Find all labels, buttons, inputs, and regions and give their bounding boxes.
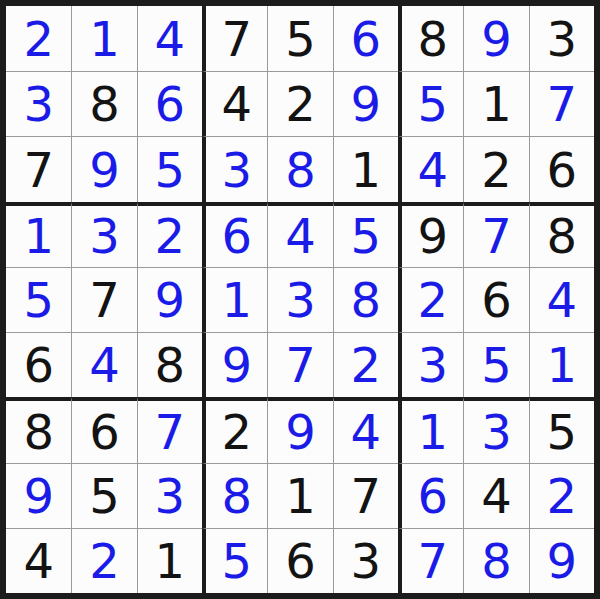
filled-digit: 3 xyxy=(481,408,512,456)
given-digit: 5 xyxy=(89,472,120,520)
cell-r6c9[interactable]: 1 xyxy=(529,332,594,397)
filled-digit: 2 xyxy=(351,341,382,389)
filled-digit: 5 xyxy=(23,276,54,324)
given-digit: 1 xyxy=(481,80,512,128)
filled-digit: 4 xyxy=(351,408,382,456)
cell-r1c7[interactable]: 8 xyxy=(398,6,463,71)
cell-r2c1[interactable]: 3 xyxy=(6,71,71,136)
cell-r2c8[interactable]: 1 xyxy=(463,71,528,136)
given-digit: 2 xyxy=(481,146,512,194)
cell-r4c9[interactable]: 8 xyxy=(529,202,594,267)
filled-digit: 1 xyxy=(417,408,448,456)
filled-digit: 7 xyxy=(155,408,186,456)
cell-r7c5[interactable]: 9 xyxy=(267,397,332,462)
filled-digit: 5 xyxy=(351,212,382,260)
cell-r9c5[interactable]: 6 xyxy=(267,528,332,593)
cell-r2c4[interactable]: 4 xyxy=(202,71,267,136)
cell-r3c2[interactable]: 9 xyxy=(71,136,136,201)
filled-digit: 8 xyxy=(221,472,252,520)
cell-r6c6[interactable]: 2 xyxy=(333,332,398,397)
filled-digit: 9 xyxy=(155,276,186,324)
filled-digit: 8 xyxy=(351,276,382,324)
cell-r5c6[interactable]: 8 xyxy=(333,267,398,332)
cell-r1c8[interactable]: 9 xyxy=(463,6,528,71)
given-digit: 6 xyxy=(23,341,54,389)
cell-r6c5[interactable]: 7 xyxy=(267,332,332,397)
cell-r2c9[interactable]: 7 xyxy=(529,71,594,136)
cell-r8c4[interactable]: 8 xyxy=(202,463,267,528)
filled-digit: 4 xyxy=(155,15,186,63)
filled-digit: 2 xyxy=(417,276,448,324)
filled-digit: 9 xyxy=(481,15,512,63)
cell-r4c4[interactable]: 6 xyxy=(202,202,267,267)
cell-r2c7[interactable]: 5 xyxy=(398,71,463,136)
given-digit: 7 xyxy=(89,276,120,324)
given-digit: 8 xyxy=(547,212,578,260)
given-digit: 3 xyxy=(351,537,382,585)
cell-r7c8[interactable]: 3 xyxy=(463,397,528,462)
filled-digit: 3 xyxy=(155,472,186,520)
filled-digit: 2 xyxy=(23,15,54,63)
cell-r9c9[interactable]: 9 xyxy=(529,528,594,593)
filled-digit: 3 xyxy=(89,212,120,260)
given-digit: 6 xyxy=(481,276,512,324)
given-digit: 8 xyxy=(89,80,120,128)
cell-r3c7[interactable]: 4 xyxy=(398,136,463,201)
cell-r9c6[interactable]: 3 xyxy=(333,528,398,593)
cell-r7c3[interactable]: 7 xyxy=(137,397,202,462)
given-digit: 7 xyxy=(23,146,54,194)
filled-digit: 4 xyxy=(417,146,448,194)
given-digit: 7 xyxy=(351,472,382,520)
cell-r9c4[interactable]: 5 xyxy=(202,528,267,593)
cell-r7c7[interactable]: 1 xyxy=(398,397,463,462)
filled-digit: 6 xyxy=(417,472,448,520)
cell-r6c4[interactable]: 9 xyxy=(202,332,267,397)
cell-r7c9[interactable]: 5 xyxy=(529,397,594,462)
filled-digit: 7 xyxy=(547,80,578,128)
filled-digit: 1 xyxy=(23,212,54,260)
filled-digit: 2 xyxy=(155,212,186,260)
cell-r4c8[interactable]: 7 xyxy=(463,202,528,267)
cell-r4c5[interactable]: 4 xyxy=(267,202,332,267)
cell-r3c3[interactable]: 5 xyxy=(137,136,202,201)
cell-r8c2[interactable]: 5 xyxy=(71,463,136,528)
given-digit: 5 xyxy=(547,408,578,456)
cell-r1c1[interactable]: 2 xyxy=(6,6,71,71)
cell-r8c1[interactable]: 9 xyxy=(6,463,71,528)
given-digit: 4 xyxy=(481,472,512,520)
cell-r5c4[interactable]: 1 xyxy=(202,267,267,332)
filled-digit: 3 xyxy=(23,80,54,128)
cell-r1c5[interactable]: 5 xyxy=(267,6,332,71)
given-digit: 8 xyxy=(155,341,186,389)
given-digit: 2 xyxy=(221,408,252,456)
cell-r8c5[interactable]: 1 xyxy=(267,463,332,528)
cell-r1c2[interactable]: 1 xyxy=(71,6,136,71)
filled-digit: 5 xyxy=(417,80,448,128)
cell-r3c1[interactable]: 7 xyxy=(6,136,71,201)
filled-digit: 4 xyxy=(285,212,316,260)
filled-digit: 2 xyxy=(547,472,578,520)
given-digit: 4 xyxy=(23,537,54,585)
cell-r3c6[interactable]: 1 xyxy=(333,136,398,201)
cell-r9c3[interactable]: 1 xyxy=(137,528,202,593)
filled-digit: 9 xyxy=(89,146,120,194)
filled-digit: 1 xyxy=(221,276,252,324)
given-digit: 1 xyxy=(285,472,316,520)
cell-r1c3[interactable]: 4 xyxy=(137,6,202,71)
filled-digit: 2 xyxy=(89,537,120,585)
cell-r8c7[interactable]: 6 xyxy=(398,463,463,528)
filled-digit: 9 xyxy=(221,341,252,389)
cell-r9c8[interactable]: 8 xyxy=(463,528,528,593)
cell-r4c3[interactable]: 2 xyxy=(137,202,202,267)
filled-digit: 6 xyxy=(221,212,252,260)
cell-r8c3[interactable]: 3 xyxy=(137,463,202,528)
filled-digit: 1 xyxy=(89,15,120,63)
filled-digit: 9 xyxy=(351,80,382,128)
cell-r3c4[interactable]: 3 xyxy=(202,136,267,201)
cell-r2c5[interactable]: 2 xyxy=(267,71,332,136)
filled-digit: 9 xyxy=(23,472,54,520)
cell-r6c2[interactable]: 4 xyxy=(71,332,136,397)
cell-r4c1[interactable]: 1 xyxy=(6,202,71,267)
cell-r8c6[interactable]: 7 xyxy=(333,463,398,528)
cell-r6c7[interactable]: 3 xyxy=(398,332,463,397)
filled-digit: 4 xyxy=(547,276,578,324)
cell-r2c2[interactable]: 8 xyxy=(71,71,136,136)
given-digit: 4 xyxy=(221,80,252,128)
filled-digit: 6 xyxy=(155,80,186,128)
given-digit: 7 xyxy=(221,15,252,63)
cell-r4c2[interactable]: 3 xyxy=(71,202,136,267)
filled-digit: 8 xyxy=(285,146,316,194)
cell-r4c6[interactable]: 5 xyxy=(333,202,398,267)
cell-r9c2[interactable]: 2 xyxy=(71,528,136,593)
filled-digit: 5 xyxy=(221,537,252,585)
cell-r6c1[interactable]: 6 xyxy=(6,332,71,397)
cell-r7c2[interactable]: 6 xyxy=(71,397,136,462)
filled-digit: 9 xyxy=(547,537,578,585)
given-digit: 6 xyxy=(89,408,120,456)
filled-digit: 6 xyxy=(351,15,382,63)
cell-r3c9[interactable]: 6 xyxy=(529,136,594,201)
cell-r8c8[interactable]: 4 xyxy=(463,463,528,528)
cell-r8c9[interactable]: 2 xyxy=(529,463,594,528)
cell-r2c3[interactable]: 6 xyxy=(137,71,202,136)
cell-r5c9[interactable]: 4 xyxy=(529,267,594,332)
filled-digit: 5 xyxy=(155,146,186,194)
cell-r5c3[interactable]: 9 xyxy=(137,267,202,332)
cell-r2c6[interactable]: 9 xyxy=(333,71,398,136)
given-digit: 6 xyxy=(285,537,316,585)
filled-digit: 7 xyxy=(481,212,512,260)
filled-digit: 3 xyxy=(417,341,448,389)
cell-r3c5[interactable]: 8 xyxy=(267,136,332,201)
filled-digit: 7 xyxy=(417,537,448,585)
cell-r5c8[interactable]: 6 xyxy=(463,267,528,332)
filled-digit: 5 xyxy=(481,341,512,389)
cell-r7c6[interactable]: 4 xyxy=(333,397,398,462)
cell-r4c7[interactable]: 9 xyxy=(398,202,463,267)
given-digit: 2 xyxy=(285,80,316,128)
filled-digit: 8 xyxy=(481,537,512,585)
cell-r9c1[interactable]: 4 xyxy=(6,528,71,593)
cell-r5c2[interactable]: 7 xyxy=(71,267,136,332)
filled-digit: 9 xyxy=(285,408,316,456)
cell-r7c1[interactable]: 8 xyxy=(6,397,71,462)
cell-r1c6[interactable]: 6 xyxy=(333,6,398,71)
sudoku-board: 2147568933864295177953814261326459785791… xyxy=(0,0,600,599)
cell-r5c5[interactable]: 3 xyxy=(267,267,332,332)
given-digit: 8 xyxy=(23,408,54,456)
filled-digit: 4 xyxy=(89,341,120,389)
cell-r7c4[interactable]: 2 xyxy=(202,397,267,462)
cell-r3c8[interactable]: 2 xyxy=(463,136,528,201)
given-digit: 5 xyxy=(285,15,316,63)
filled-digit: 3 xyxy=(285,276,316,324)
given-digit: 3 xyxy=(547,15,578,63)
given-digit: 8 xyxy=(417,15,448,63)
given-digit: 6 xyxy=(547,146,578,194)
filled-digit: 7 xyxy=(285,341,316,389)
filled-digit: 1 xyxy=(547,341,578,389)
filled-digit: 3 xyxy=(221,146,252,194)
cell-r9c7[interactable]: 7 xyxy=(398,528,463,593)
given-digit: 9 xyxy=(417,212,448,260)
given-digit: 1 xyxy=(351,146,382,194)
cell-r5c7[interactable]: 2 xyxy=(398,267,463,332)
cell-r6c8[interactable]: 5 xyxy=(463,332,528,397)
cell-r1c4[interactable]: 7 xyxy=(202,6,267,71)
cell-r5c1[interactable]: 5 xyxy=(6,267,71,332)
cell-r1c9[interactable]: 3 xyxy=(529,6,594,71)
given-digit: 1 xyxy=(155,537,186,585)
cell-r6c3[interactable]: 8 xyxy=(137,332,202,397)
